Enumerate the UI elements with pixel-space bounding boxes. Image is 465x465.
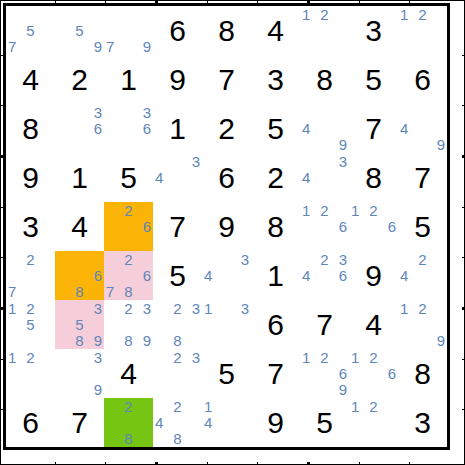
cell-r3c2[interactable]: 36 [55,104,105,156]
cell-r4c6[interactable]: 2 [251,153,303,203]
candidates: 23 [153,349,202,398]
candidate-2: 2 [121,252,136,268]
cell-r1c7[interactable]: 12 [300,6,350,56]
cell-r8c6[interactable]: 7 [251,349,303,399]
cell-value: 8 [6,104,55,153]
candidate-5: 5 [23,317,38,333]
candidate-6: 6 [136,121,151,137]
candidates: 126 [300,202,349,251]
candidate-2: 2 [415,252,430,268]
candidate-1: 1 [8,301,23,317]
candidate-3: 3 [185,350,200,366]
cell-value: 8 [251,202,300,251]
cell-r1c3[interactable]: 79 [104,6,156,56]
candidate-2: 2 [170,301,185,317]
cell-r5c6[interactable]: 8 [251,202,303,252]
candidate-7: 7 [106,38,121,54]
cell-r6c3[interactable]: 2678 [104,251,156,303]
cell-r9c7[interactable]: 5 [300,398,350,447]
candidate-1: 1 [400,301,415,317]
candidates: 49 [300,104,349,153]
candidates: 1269 [300,349,349,398]
candidate-3: 3 [234,301,249,317]
candidates: 2678 [104,251,153,300]
candidate-2: 2 [121,203,136,219]
candidate-4: 4 [400,268,415,284]
candidates: 12 [300,6,349,55]
cell-value: 3 [349,6,398,55]
cell-r7c6[interactable]: 6 [251,300,303,350]
cell-r3c9[interactable]: 49 [398,104,447,156]
cell-r7c2[interactable]: 3589 [55,300,105,350]
candidates: 27 [6,251,55,300]
candidate-1: 1 [8,350,23,366]
cell-value: 1 [251,251,300,300]
cell-r2c1[interactable]: 4 [6,55,56,105]
cell-r4c4[interactable]: 34 [153,153,203,203]
cell-value: 4 [6,55,55,104]
candidate-1: 1 [400,7,415,23]
cell-value: 5 [153,251,202,300]
candidate-1: 1 [302,203,317,219]
cell-r4c5[interactable]: 6 [202,153,252,203]
candidate-3: 3 [87,350,102,366]
candidate-4: 4 [302,170,317,186]
candidate-6: 6 [332,268,347,284]
candidate-3: 3 [136,105,151,121]
cell-r5c5[interactable]: 9 [202,202,252,252]
cell-r3c3[interactable]: 36 [104,104,156,156]
cell-r3c5[interactable]: 2 [202,104,252,156]
candidates: 24 [398,251,447,300]
cell-r8c3[interactable]: 4 [104,349,156,399]
candidate-8: 8 [170,430,185,446]
cell-r7c7[interactable]: 7 [300,300,350,350]
candidate-9: 9 [332,136,347,152]
candidate-6: 6 [332,219,347,235]
candidate-2: 2 [415,7,430,23]
candidates: 59 [55,6,104,55]
cell-r8c9[interactable]: 8 [398,349,447,399]
cell-value: 2 [251,153,300,202]
candidate-8: 8 [170,332,185,348]
candidate-1: 1 [302,7,317,23]
cell-value: 6 [251,300,300,349]
cell-r1c6[interactable]: 4 [251,6,303,56]
candidates: 36 [55,104,104,153]
cell-value: 7 [398,153,447,202]
cell-value: 7 [202,55,251,104]
candidate-9: 9 [87,38,102,54]
candidate-8: 8 [121,283,136,299]
cell-r9c6[interactable]: 9 [251,398,303,447]
candidate-2: 2 [23,301,38,317]
candidate-5: 5 [72,23,87,39]
cell-r4c7[interactable]: 34 [300,153,350,203]
candidate-1: 1 [351,350,366,366]
cell-r9c2[interactable]: 7 [55,398,105,447]
candidate-5: 5 [23,23,38,39]
cell-r6c5[interactable]: 34 [202,251,252,303]
candidates: 129 [398,300,447,349]
candidate-1: 1 [302,350,317,366]
candidate-7: 7 [8,283,23,299]
candidate-2: 2 [366,350,381,366]
candidate-1: 1 [204,399,219,415]
cell-r9c5[interactable]: 14 [202,398,252,447]
cell-value: 5 [300,398,349,447]
cell-value: 7 [153,202,202,251]
cell-value: 3 [6,202,55,251]
candidate-2: 2 [366,203,381,219]
candidates: 13 [202,300,251,349]
cell-r2c3[interactable]: 1 [104,55,156,105]
cell-r7c1[interactable]: 125 [6,300,56,350]
cell-value: 1 [55,153,104,202]
cell-r3c7[interactable]: 49 [300,104,350,156]
candidates: 126 [349,349,398,398]
candidate-2: 2 [170,399,185,415]
cell-r3c8[interactable]: 7 [349,104,399,156]
candidate-4: 4 [302,268,317,284]
candidates: 57 [6,6,55,55]
candidate-5: 5 [72,317,87,333]
cell-r8c4[interactable]: 23 [153,349,203,399]
candidates: 49 [398,104,447,153]
cell-value: 6 [6,398,55,447]
cell-value: 9 [202,202,251,251]
cell-r8c8[interactable]: 126 [349,349,399,399]
candidate-9: 9 [87,381,102,397]
cell-value: 8 [202,6,251,55]
candidate-8: 8 [121,332,136,348]
cell-r8c1[interactable]: 12 [6,349,56,399]
candidates: 12 [349,398,398,447]
candidate-4: 4 [302,121,317,137]
candidate-6: 6 [87,121,102,137]
cell-r9c8[interactable]: 12 [349,398,399,447]
candidate-2: 2 [23,252,38,268]
candidates: 125 [6,300,55,349]
candidate-3: 3 [332,154,347,170]
cell-value: 4 [349,300,398,349]
cell-value: 8 [349,153,398,202]
cell-r4c2[interactable]: 1 [55,153,105,203]
cell-r3c6[interactable]: 5 [251,104,303,156]
cell-r8c5[interactable]: 5 [202,349,252,399]
candidate-6: 6 [136,268,151,284]
cell-r3c1[interactable]: 8 [6,104,56,156]
cell-value: 9 [349,251,398,300]
cell-value: 2 [55,55,104,104]
candidate-8: 8 [72,332,87,348]
cell-value: 6 [202,153,251,202]
cell-r4c9[interactable]: 7 [398,153,447,203]
candidates: 238 [153,300,202,349]
cell-r5c9[interactable]: 5 [398,202,447,252]
cell-r2c5[interactable]: 7 [202,55,252,105]
candidate-3: 3 [87,105,102,121]
cell-r2c4[interactable]: 9 [153,55,203,105]
grid-ticks-bottom [1,462,464,464]
candidates: 3589 [55,300,104,349]
candidates: 2346 [300,251,349,300]
candidate-9: 9 [136,332,151,348]
sudoku-panel: 5759796841231242197385683636125497499153… [0,0,465,465]
cell-value: 6 [153,6,202,55]
candidate-2: 2 [170,350,185,366]
candidate-2: 2 [23,350,38,366]
cell-r1c9[interactable]: 12 [398,6,447,56]
cell-r5c2[interactable]: 4 [55,202,105,252]
candidate-2: 2 [317,350,332,366]
cell-r7c3[interactable]: 2389 [104,300,156,350]
cell-r6c7[interactable]: 2346 [300,251,350,303]
cell-r6c2[interactable]: 68 [55,251,105,303]
candidate-1: 1 [351,203,366,219]
cell-r5c3[interactable]: 26 [104,202,156,252]
candidate-3: 3 [136,301,151,317]
candidate-2: 2 [317,7,332,23]
cell-value: 5 [349,55,398,104]
candidates: 28 [104,398,153,447]
cell-r7c5[interactable]: 13 [202,300,252,350]
cell-r2c2[interactable]: 2 [55,55,105,105]
cell-r5c8[interactable]: 126 [349,202,399,252]
cell-r7c4[interactable]: 238 [153,300,203,350]
cell-r2c7[interactable]: 8 [300,55,350,105]
candidate-6: 6 [87,268,102,284]
cell-value: 7 [251,349,300,398]
cell-value: 6 [398,55,447,104]
cell-value: 9 [6,153,55,202]
candidate-3: 3 [185,301,200,317]
candidate-2: 2 [317,203,332,219]
cell-value: 8 [300,55,349,104]
cell-value: 4 [55,202,104,251]
candidates: 2389 [104,300,153,349]
candidate-6: 6 [136,219,151,235]
candidate-2: 2 [317,252,332,268]
candidate-3: 3 [332,252,347,268]
candidates: 126 [349,202,398,251]
candidates: 14 [202,398,251,447]
cell-value: 5 [398,202,447,251]
candidate-2: 2 [415,301,430,317]
cell-r1c1[interactable]: 57 [6,6,56,56]
cell-r2c9[interactable]: 6 [398,55,447,105]
candidate-6: 6 [332,366,347,382]
candidate-9: 9 [332,381,347,397]
candidate-8: 8 [121,430,136,446]
candidate-2: 2 [121,301,136,317]
cell-r7c8[interactable]: 4 [349,300,399,350]
candidate-1: 1 [204,301,219,317]
cell-r6c8[interactable]: 9 [349,251,399,303]
sudoku-board: 5759796841231242197385683636125497499153… [3,3,450,450]
candidate-9: 9 [430,332,445,348]
cell-value: 8 [398,349,447,398]
cell-value: 2 [202,104,251,153]
cell-value: 4 [251,6,300,55]
candidate-4: 4 [400,121,415,137]
candidate-4: 4 [155,170,170,186]
candidate-4: 4 [155,415,170,431]
cell-value: 9 [153,55,202,104]
candidates: 36 [104,104,153,153]
cell-r5c7[interactable]: 126 [300,202,350,252]
cell-value: 7 [349,104,398,153]
cell-r1c5[interactable]: 8 [202,6,252,56]
candidate-4: 4 [204,268,219,284]
candidate-7: 7 [106,283,121,299]
cell-r5c1[interactable]: 3 [6,202,56,252]
cell-r6c4[interactable]: 5 [153,251,203,303]
grid-ticks-right [462,1,464,464]
cell-r2c8[interactable]: 5 [349,55,399,105]
cell-r1c8[interactable]: 3 [349,6,399,56]
candidates: 34 [153,153,202,202]
candidates: 79 [104,6,153,55]
cell-value: 3 [251,55,300,104]
cell-r9c9[interactable]: 3 [398,398,447,447]
cell-r7c9[interactable]: 129 [398,300,447,350]
cell-value: 9 [251,398,300,447]
cell-r9c3[interactable]: 28 [104,398,156,447]
candidate-4: 4 [204,415,219,431]
cell-r5c4[interactable]: 7 [153,202,203,252]
candidate-8: 8 [72,283,87,299]
candidate-1: 1 [351,399,366,415]
candidates: 34 [202,251,251,300]
candidate-9: 9 [136,38,151,54]
cell-value: 7 [300,300,349,349]
cell-r9c1[interactable]: 6 [6,398,56,447]
candidate-9: 9 [430,136,445,152]
candidates: 39 [55,349,104,398]
cell-r4c3[interactable]: 5 [104,153,156,203]
candidates: 68 [55,251,104,300]
candidate-3: 3 [87,301,102,317]
cell-value: 5 [202,349,251,398]
candidate-3: 3 [185,154,200,170]
candidate-2: 2 [121,399,136,415]
candidate-9: 9 [87,332,102,348]
cell-value: 1 [153,104,202,153]
cell-value: 7 [55,398,104,447]
candidates: 26 [104,202,153,251]
cell-r1c2[interactable]: 59 [55,6,105,56]
candidate-2: 2 [366,399,381,415]
candidates: 248 [153,398,202,447]
cell-r6c6[interactable]: 1 [251,251,303,303]
cell-r9c4[interactable]: 248 [153,398,203,447]
candidates: 12 [398,6,447,55]
cell-value: 3 [398,398,447,447]
cell-r6c1[interactable]: 27 [6,251,56,303]
cell-r4c1[interactable]: 9 [6,153,56,203]
cell-value: 1 [104,55,153,104]
cell-r8c7[interactable]: 1269 [300,349,350,399]
candidate-6: 6 [381,366,396,382]
cell-r3c4[interactable]: 1 [153,104,203,156]
cell-r4c8[interactable]: 8 [349,153,399,203]
cell-r8c2[interactable]: 39 [55,349,105,399]
cell-value: 5 [104,153,153,202]
cell-r2c6[interactable]: 3 [251,55,303,105]
cell-r6c9[interactable]: 24 [398,251,447,303]
candidates: 34 [300,153,349,202]
cell-r1c4[interactable]: 6 [153,6,203,56]
candidate-3: 3 [234,252,249,268]
cell-value: 5 [251,104,300,153]
candidates: 12 [6,349,55,398]
cell-value: 4 [104,349,153,398]
candidate-7: 7 [8,38,23,54]
candidate-6: 6 [381,219,396,235]
